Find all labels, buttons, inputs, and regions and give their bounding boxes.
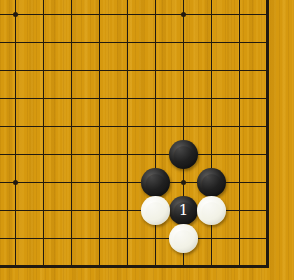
white-stone-glyph: ● — [200, 197, 223, 223]
black-stone-glyph: ● — [172, 141, 195, 167]
star-point — [181, 12, 186, 17]
grid-line-vertical — [43, 0, 44, 268]
grid-line-horizontal — [0, 126, 269, 127]
grid-line-vertical — [155, 0, 156, 268]
white-stone: ● — [169, 224, 198, 253]
grid-line-horizontal — [0, 98, 269, 99]
grid-line-horizontal — [0, 210, 269, 211]
grid-line-vertical — [127, 0, 128, 268]
grid-line-vertical — [266, 0, 269, 268]
black-stone-glyph: ● — [200, 169, 223, 195]
white-stone-glyph: ● — [172, 225, 195, 251]
move-number-label: 1 — [169, 196, 198, 225]
black-stone: ● — [141, 168, 170, 197]
white-stone-glyph: ● — [144, 197, 167, 223]
star-point — [13, 180, 18, 185]
go-board[interactable]: ●●●●1●●● — [0, 0, 294, 280]
grid-line-vertical — [211, 0, 212, 268]
star-point — [181, 180, 186, 185]
grid-line-horizontal — [0, 70, 269, 71]
grid-line-horizontal — [0, 182, 269, 183]
black-stone-glyph: ● — [144, 169, 167, 195]
star-point — [13, 12, 18, 17]
grid-line-horizontal — [0, 14, 269, 15]
black-stone: ●1 — [169, 196, 198, 225]
black-stone: ● — [197, 168, 226, 197]
white-stone: ● — [197, 196, 226, 225]
grid-line-horizontal — [0, 238, 269, 239]
grid-line-vertical — [239, 0, 240, 268]
grid-line-horizontal — [0, 265, 269, 268]
grid-line-horizontal — [0, 42, 269, 43]
black-stone: ● — [169, 140, 198, 169]
screenshot: ●●●●1●●● — [0, 0, 294, 280]
grid-line-vertical — [15, 0, 16, 268]
grid-line-vertical — [71, 0, 72, 268]
white-stone: ● — [141, 196, 170, 225]
grid-line-vertical — [99, 0, 100, 268]
grid-line-horizontal — [0, 154, 269, 155]
